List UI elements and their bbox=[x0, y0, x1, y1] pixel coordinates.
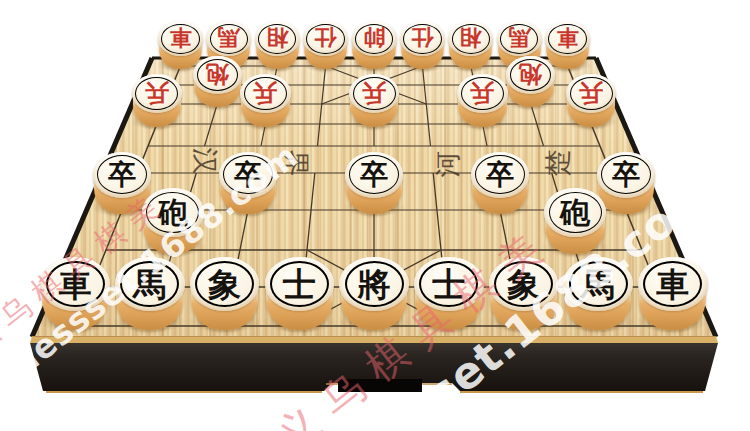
piece-red-soldier[interactable]: 兵 bbox=[349, 74, 400, 127]
river-character: 河 bbox=[432, 151, 463, 178]
piece-top-face: 卒 bbox=[471, 152, 530, 198]
piece-black-elephant[interactable]: 象 bbox=[489, 257, 559, 330]
piece-top-face: 士 bbox=[414, 257, 484, 311]
piece-top-face: 仕 bbox=[303, 21, 348, 56]
piece-character: 象 bbox=[190, 257, 260, 311]
piece-character: 車 bbox=[40, 257, 110, 311]
piece-character: 車 bbox=[638, 257, 708, 311]
piece-character: 馬 bbox=[206, 21, 251, 56]
piece-top-face: 炮 bbox=[193, 56, 242, 94]
piece-top-face: 兵 bbox=[132, 74, 183, 113]
piece-red-cannon[interactable]: 炮 bbox=[193, 56, 242, 107]
piece-top-face: 車 bbox=[40, 257, 110, 311]
piece-top-face: 相 bbox=[448, 21, 493, 56]
piece-character: 兵 bbox=[240, 74, 291, 113]
piece-top-face: 帥 bbox=[352, 21, 397, 56]
piece-character: 兵 bbox=[566, 74, 617, 113]
piece-red-advisor[interactable]: 仕 bbox=[303, 21, 348, 68]
piece-black-cannon[interactable]: 砲 bbox=[544, 188, 606, 253]
piece-top-face: 卒 bbox=[345, 152, 404, 198]
piece-top-face: 車 bbox=[545, 21, 590, 56]
piece-red-elephant[interactable]: 相 bbox=[448, 21, 493, 68]
piece-top-face: 馬 bbox=[206, 21, 251, 56]
piece-top-face: 車 bbox=[158, 21, 203, 56]
piece-top-face: 兵 bbox=[349, 74, 400, 113]
piece-top-face: 馬 bbox=[115, 257, 185, 311]
piece-character: 砲 bbox=[544, 188, 606, 237]
piece-character: 卒 bbox=[345, 152, 404, 198]
piece-top-face: 象 bbox=[489, 257, 559, 311]
piece-character: 車 bbox=[158, 21, 203, 56]
piece-character: 仕 bbox=[400, 21, 445, 56]
piece-character: 馬 bbox=[115, 257, 185, 311]
piece-top-face: 仕 bbox=[400, 21, 445, 56]
piece-character: 兵 bbox=[132, 74, 183, 113]
piece-black-soldier[interactable]: 卒 bbox=[219, 152, 278, 214]
piece-top-face: 馬 bbox=[563, 257, 633, 311]
piece-top-face: 車 bbox=[638, 257, 708, 311]
piece-black-advisor[interactable]: 士 bbox=[265, 257, 335, 330]
piece-character: 卒 bbox=[471, 152, 530, 198]
piece-top-face: 將 bbox=[339, 257, 409, 311]
piece-red-soldier[interactable]: 兵 bbox=[132, 74, 183, 127]
piece-black-chariot[interactable]: 車 bbox=[40, 257, 110, 330]
piece-character: 馬 bbox=[497, 21, 542, 56]
piece-top-face: 兵 bbox=[457, 74, 508, 113]
piece-top-face: 卒 bbox=[219, 152, 278, 198]
piece-black-general[interactable]: 將 bbox=[339, 257, 409, 330]
piece-character: 士 bbox=[414, 257, 484, 311]
piece-black-horse[interactable]: 馬 bbox=[563, 257, 633, 330]
piece-black-horse[interactable]: 馬 bbox=[115, 257, 185, 330]
board-front-wood-edge bbox=[30, 336, 718, 343]
piece-character: 將 bbox=[339, 257, 409, 311]
piece-red-general[interactable]: 帥 bbox=[352, 21, 397, 68]
piece-character: 相 bbox=[255, 21, 300, 56]
piece-red-soldier[interactable]: 兵 bbox=[457, 74, 508, 127]
piece-top-face: 兵 bbox=[240, 74, 291, 113]
piece-red-elephant[interactable]: 相 bbox=[255, 21, 300, 68]
piece-character: 相 bbox=[448, 21, 493, 56]
piece-character: 車 bbox=[545, 21, 590, 56]
piece-character: 卒 bbox=[219, 152, 278, 198]
piece-character: 馬 bbox=[563, 257, 633, 311]
product-photo-xiangqi-set: 汉界河楚 車馬相仕帥仕相馬車炮炮兵兵兵兵兵卒卒卒卒卒砲砲車馬象士將士象馬車 义乌… bbox=[0, 0, 750, 431]
piece-black-soldier[interactable]: 卒 bbox=[345, 152, 404, 214]
piece-character: 兵 bbox=[457, 74, 508, 113]
piece-red-soldier[interactable]: 兵 bbox=[240, 74, 291, 127]
piece-top-face: 兵 bbox=[566, 74, 617, 113]
piece-character: 帥 bbox=[352, 21, 397, 56]
piece-character: 象 bbox=[489, 257, 559, 311]
river-character: 汉 bbox=[190, 148, 221, 175]
river-character: 界 bbox=[281, 150, 312, 177]
folding-base bbox=[30, 343, 718, 392]
piece-character: 士 bbox=[265, 257, 335, 311]
piece-top-face: 砲 bbox=[142, 188, 204, 237]
piece-top-face: 砲 bbox=[544, 188, 606, 237]
piece-black-soldier[interactable]: 卒 bbox=[471, 152, 530, 214]
piece-top-face: 相 bbox=[255, 21, 300, 56]
piece-black-advisor[interactable]: 士 bbox=[414, 257, 484, 330]
piece-top-face: 士 bbox=[265, 257, 335, 311]
piece-character: 仕 bbox=[303, 21, 348, 56]
piece-character: 炮 bbox=[193, 56, 242, 94]
piece-black-chariot[interactable]: 車 bbox=[638, 257, 708, 330]
river-character: 楚 bbox=[542, 150, 573, 177]
piece-top-face: 象 bbox=[190, 257, 260, 311]
base-latch-slot bbox=[338, 379, 422, 392]
piece-character: 砲 bbox=[142, 188, 204, 237]
piece-character: 炮 bbox=[506, 56, 555, 94]
piece-character: 兵 bbox=[349, 74, 400, 113]
piece-black-elephant[interactable]: 象 bbox=[190, 257, 260, 330]
piece-black-cannon[interactable]: 砲 bbox=[142, 188, 204, 253]
piece-red-soldier[interactable]: 兵 bbox=[566, 74, 617, 127]
piece-top-face: 炮 bbox=[506, 56, 555, 94]
piece-top-face: 馬 bbox=[497, 21, 542, 56]
piece-red-advisor[interactable]: 仕 bbox=[400, 21, 445, 68]
piece-red-cannon[interactable]: 炮 bbox=[506, 56, 555, 107]
